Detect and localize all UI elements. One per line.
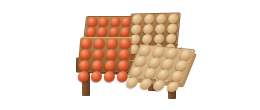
red-marble[interactable] — [79, 49, 91, 60]
natural-marble[interactable] — [160, 58, 175, 70]
natural-marble[interactable] — [129, 66, 144, 78]
natural-marble[interactable] — [164, 48, 179, 60]
natural-marble[interactable] — [169, 70, 184, 82]
natural-marble[interactable] — [147, 57, 162, 69]
natural-marble[interactable] — [131, 24, 142, 34]
red-marble[interactable] — [110, 17, 121, 27]
natural-marble[interactable] — [156, 69, 171, 81]
natural-marble[interactable] — [144, 14, 155, 24]
red-marble[interactable] — [97, 27, 108, 37]
natural-marble[interactable] — [155, 24, 166, 34]
red-marble[interactable] — [93, 38, 105, 49]
natural-marble[interactable] — [138, 45, 153, 57]
red-marble[interactable] — [106, 38, 118, 49]
natural-marble[interactable] — [178, 49, 193, 61]
wooden-marble-game-photo — [0, 0, 260, 110]
tray-detached-natural-marbles[interactable] — [126, 44, 195, 84]
natural-marble[interactable] — [133, 56, 148, 68]
red-marble[interactable] — [85, 27, 96, 37]
tray-front-left-red-marbles[interactable] — [78, 37, 133, 68]
natural-marble[interactable] — [166, 34, 177, 44]
red-marble[interactable] — [87, 17, 98, 27]
natural-marble[interactable] — [132, 14, 143, 24]
natural-marble[interactable] — [151, 46, 166, 58]
natural-marble[interactable] — [168, 14, 179, 24]
natural-marble[interactable] — [174, 60, 189, 72]
red-marble[interactable] — [108, 27, 119, 37]
red-marble[interactable] — [103, 71, 115, 82]
natural-marble[interactable] — [142, 34, 153, 44]
tray-back-right-natural-marbles[interactable] — [127, 13, 181, 48]
red-marble[interactable] — [98, 17, 109, 27]
red-marble[interactable] — [80, 38, 92, 49]
natural-marble[interactable] — [167, 24, 178, 34]
red-marble[interactable] — [119, 38, 131, 49]
natural-marble[interactable] — [156, 14, 167, 24]
red-marble[interactable] — [90, 71, 102, 82]
red-marble[interactable] — [105, 49, 117, 60]
natural-marble[interactable] — [154, 34, 165, 44]
red-marble[interactable] — [92, 49, 104, 60]
natural-marble[interactable] — [143, 24, 154, 34]
natural-marble[interactable] — [142, 68, 157, 80]
red-marble[interactable] — [118, 49, 130, 60]
